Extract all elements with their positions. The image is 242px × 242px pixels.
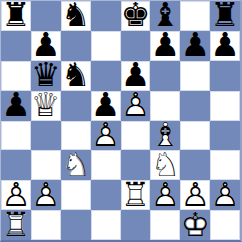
square-e5[interactable]: ♟♙	[121, 91, 151, 121]
square-e4[interactable]	[121, 121, 151, 151]
square-e2[interactable]: ♜♖	[121, 180, 151, 210]
square-g4[interactable]	[180, 121, 210, 151]
black-knight-c6: ♞	[61, 61, 91, 91]
piece-outline-layer: ♖	[1, 209, 31, 239]
square-h6[interactable]	[210, 61, 240, 91]
white-knight-c3: ♞♘	[61, 150, 91, 180]
square-f7[interactable]: ♟	[150, 31, 180, 61]
white-queen-b5: ♛♕	[31, 91, 61, 121]
square-a1[interactable]: ♜♖	[1, 210, 31, 240]
chess-board: ♜♞♚♝♜♟♟♟♟♛♞♟♟♛♕♟♟♙♟♙♝♗♞♘♞♘♟♙♟♙♜♖♟♙♟♙♟♙♜♖…	[0, 0, 242, 242]
black-king-e8: ♚	[121, 1, 151, 31]
black-rook-a8: ♜	[1, 1, 31, 31]
white-pawn-h2: ♟♙	[210, 180, 240, 210]
square-b1[interactable]	[31, 210, 61, 240]
square-h1[interactable]	[210, 210, 240, 240]
white-rook-a1: ♜♖	[1, 210, 31, 240]
square-g1[interactable]: ♚♔	[180, 210, 210, 240]
square-d4[interactable]: ♟♙	[91, 121, 121, 151]
square-g6[interactable]	[180, 61, 210, 91]
piece-glyph-layer: ♞	[61, 60, 91, 90]
piece-outline-layer: ♙	[150, 179, 180, 209]
white-pawn-d4: ♟♙	[91, 121, 121, 151]
square-c5[interactable]	[61, 91, 91, 121]
piece-outline-layer: ♙	[121, 90, 151, 120]
square-f6[interactable]	[150, 61, 180, 91]
square-h7[interactable]: ♟	[210, 31, 240, 61]
square-c1[interactable]	[61, 210, 91, 240]
piece-outline-layer: ♔	[180, 209, 210, 239]
white-pawn-b2: ♟♙	[31, 180, 61, 210]
white-king-g1: ♚♔	[180, 210, 210, 240]
square-h4[interactable]	[210, 121, 240, 151]
piece-outline-layer: ♖	[121, 179, 151, 209]
square-g5[interactable]	[180, 91, 210, 121]
square-h5[interactable]	[210, 91, 240, 121]
piece-outline-layer: ♙	[210, 179, 240, 209]
piece-outline-layer: ♙	[91, 120, 121, 150]
piece-glyph-layer: ♟	[180, 30, 210, 60]
square-f1[interactable]	[150, 210, 180, 240]
square-a8[interactable]: ♜	[1, 1, 31, 31]
square-a5[interactable]: ♟	[1, 91, 31, 121]
white-pawn-f2: ♟♙	[150, 180, 180, 210]
black-pawn-f7: ♟	[150, 31, 180, 61]
piece-glyph-layer: ♞	[61, 0, 91, 30]
black-pawn-a5: ♟	[1, 91, 31, 121]
square-g7[interactable]: ♟	[180, 31, 210, 61]
square-c3[interactable]: ♞♘	[61, 150, 91, 180]
square-b4[interactable]	[31, 121, 61, 151]
black-knight-c8: ♞	[61, 1, 91, 31]
square-c6[interactable]: ♞	[61, 61, 91, 91]
piece-outline-layer: ♙	[31, 179, 61, 209]
black-pawn-h7: ♟	[210, 31, 240, 61]
square-d8[interactable]	[91, 1, 121, 31]
square-d1[interactable]	[91, 210, 121, 240]
square-d3[interactable]	[91, 150, 121, 180]
piece-outline-layer: ♘	[61, 149, 91, 179]
square-b2[interactable]: ♟♙	[31, 180, 61, 210]
piece-glyph-layer: ♚	[121, 0, 151, 30]
square-a7[interactable]	[1, 31, 31, 61]
square-f2[interactable]: ♟♙	[150, 180, 180, 210]
black-pawn-g7: ♟	[180, 31, 210, 61]
piece-glyph-layer: ♜	[1, 0, 31, 30]
square-e8[interactable]: ♚	[121, 1, 151, 31]
piece-glyph-layer: ♟	[1, 90, 31, 120]
square-a4[interactable]	[1, 121, 31, 151]
square-b5[interactable]: ♛♕	[31, 91, 61, 121]
piece-outline-layer: ♕	[31, 90, 61, 120]
square-c2[interactable]	[61, 180, 91, 210]
square-d7[interactable]	[91, 31, 121, 61]
square-d2[interactable]	[91, 180, 121, 210]
piece-glyph-layer: ♟	[210, 30, 240, 60]
white-pawn-e5: ♟♙	[121, 91, 151, 121]
square-e1[interactable]	[121, 210, 151, 240]
white-rook-e2: ♜♖	[121, 180, 151, 210]
piece-glyph-layer: ♟	[150, 30, 180, 60]
square-c8[interactable]: ♞	[61, 1, 91, 31]
square-h2[interactable]: ♟♙	[210, 180, 240, 210]
